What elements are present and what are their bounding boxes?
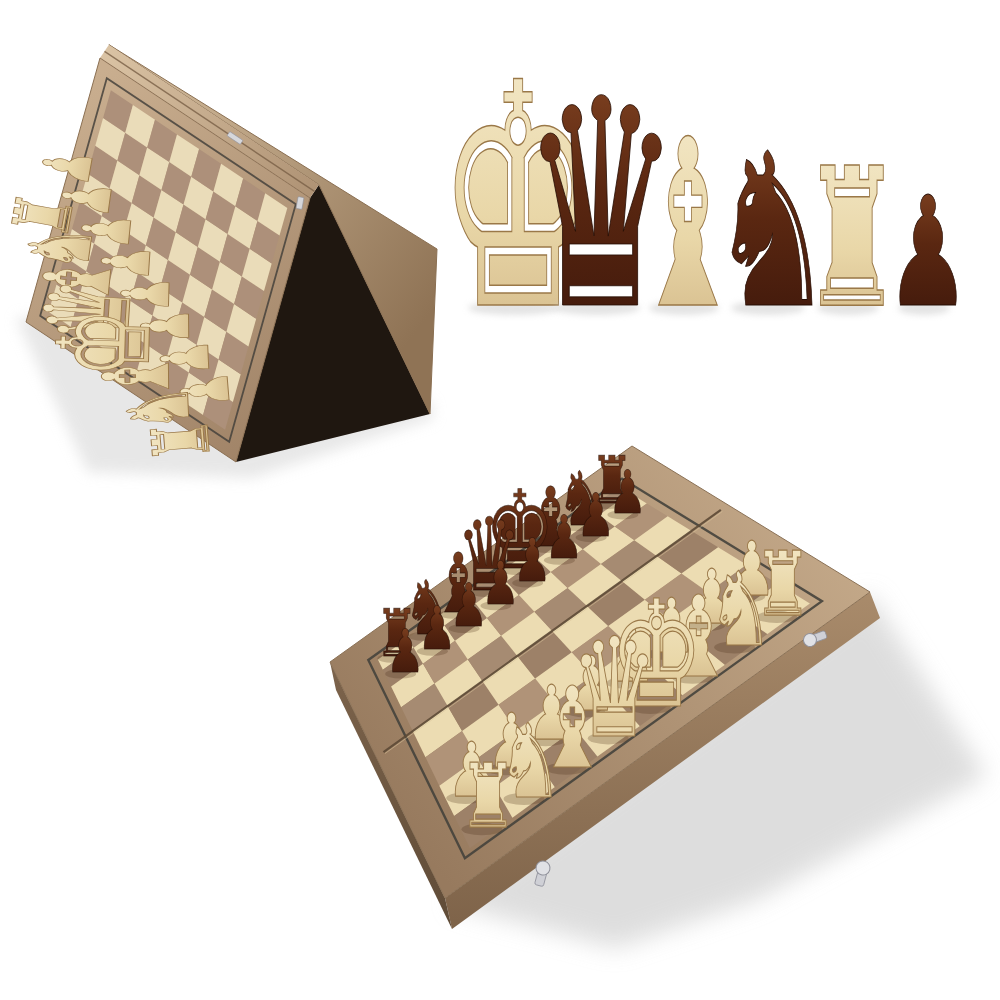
scene-canvas: ♟♟♜♟♞♟♝♟♛♟♚♟♝♟♞♜♚♛♝♞♜♟♜♟♞♟♝♟♚♟♛♟♟♝♜♟♟♞♞♟… <box>0 0 1000 1000</box>
folded-piece-white-rook: ♜ <box>134 416 228 465</box>
chess-set-product-photo: ♟♟♜♟♞♟♝♟♛♟♚♟♝♟♞♜♚♛♝♞♜♟♜♟♞♟♝♟♚♟♛♟♟♝♜♟♟♞♞♟… <box>0 0 1000 1000</box>
lineup-piece-dark-pawn: ♟ <box>886 164 970 341</box>
piece-black-pawn: ♟ <box>386 617 425 686</box>
piece-lineup: ♚♛♝♞♜♟ <box>437 18 970 379</box>
piece-white-rook: ♜ <box>459 745 517 848</box>
